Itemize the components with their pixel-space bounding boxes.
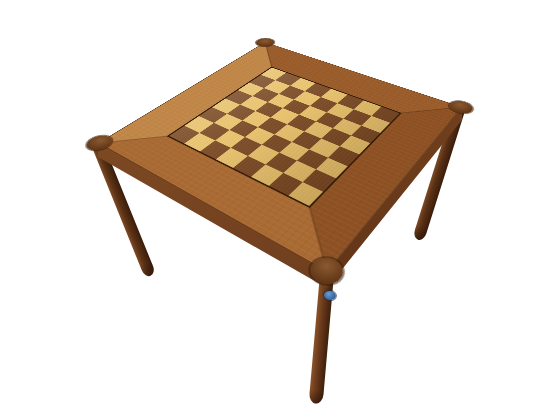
leg-cap-right-icon — [446, 99, 476, 116]
scene — [0, 0, 560, 420]
leg-cap-back-icon — [252, 37, 278, 49]
table-top — [98, 42, 462, 272]
chess-board — [167, 67, 402, 208]
